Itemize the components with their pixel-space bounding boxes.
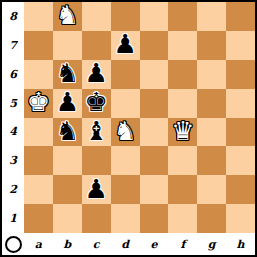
piece-black-pawn: ♟: [56, 89, 79, 115]
rank-label-2: 2: [2, 175, 24, 204]
rank-label-3: 3: [2, 146, 24, 175]
square-b6[interactable]: ♞: [53, 60, 82, 89]
square-d6[interactable]: [111, 60, 140, 89]
rank-label-4: 4: [2, 118, 24, 147]
square-g4[interactable]: [197, 118, 226, 147]
file-label-h: h: [226, 233, 255, 255]
rank-label-1: 1: [2, 204, 24, 233]
rank-label-7: 7: [2, 31, 24, 60]
square-g8[interactable]: [197, 2, 226, 31]
board-corner: [2, 233, 24, 255]
square-d8[interactable]: [111, 2, 140, 31]
square-c3[interactable]: [82, 146, 111, 175]
file-label-a: a: [24, 233, 53, 255]
square-e1[interactable]: [140, 204, 169, 233]
square-d3[interactable]: [111, 146, 140, 175]
square-g7[interactable]: [197, 31, 226, 60]
square-a6[interactable]: [24, 60, 53, 89]
square-f2[interactable]: [168, 175, 197, 204]
piece-white-knight: ♞: [56, 2, 79, 28]
square-f8[interactable]: [168, 2, 197, 31]
square-b2[interactable]: [53, 175, 82, 204]
square-d2[interactable]: [111, 175, 140, 204]
square-h8[interactable]: [226, 2, 255, 31]
file-label-b: b: [53, 233, 82, 255]
file-label-f: f: [168, 233, 197, 255]
square-h3[interactable]: [226, 146, 255, 175]
square-b5[interactable]: ♟: [53, 89, 82, 118]
piece-black-knight: ♞: [56, 118, 79, 144]
piece-white-knight: ♞: [113, 118, 136, 144]
file-label-c: c: [82, 233, 111, 255]
square-f4[interactable]: ♛: [168, 118, 197, 147]
square-c1[interactable]: [82, 204, 111, 233]
square-e2[interactable]: [140, 175, 169, 204]
square-d4[interactable]: ♞: [111, 118, 140, 147]
square-d1[interactable]: [111, 204, 140, 233]
square-h6[interactable]: [226, 60, 255, 89]
square-b7[interactable]: [53, 31, 82, 60]
chess-board: 8♞7♟6♞♟5♚♟♚4♞♝♞♛32♟1abcdefgh: [2, 2, 255, 255]
piece-black-pawn: ♟: [113, 31, 136, 57]
square-e8[interactable]: [140, 2, 169, 31]
rank-label-6: 6: [2, 60, 24, 89]
square-e7[interactable]: [140, 31, 169, 60]
square-a5[interactable]: ♚: [24, 89, 53, 118]
square-c4[interactable]: ♝: [82, 118, 111, 147]
square-a3[interactable]: [24, 146, 53, 175]
square-g5[interactable]: [197, 89, 226, 118]
square-a1[interactable]: [24, 204, 53, 233]
square-h7[interactable]: [226, 31, 255, 60]
square-b3[interactable]: [53, 146, 82, 175]
square-e5[interactable]: [140, 89, 169, 118]
square-a2[interactable]: [24, 175, 53, 204]
file-label-e: e: [140, 233, 169, 255]
square-f6[interactable]: [168, 60, 197, 89]
square-f1[interactable]: [168, 204, 197, 233]
piece-white-queen: ♛: [171, 118, 194, 144]
square-e6[interactable]: [140, 60, 169, 89]
square-e3[interactable]: [140, 146, 169, 175]
square-d7[interactable]: ♟: [111, 31, 140, 60]
square-c8[interactable]: [82, 2, 111, 31]
square-e4[interactable]: [140, 118, 169, 147]
piece-black-knight: ♞: [56, 60, 79, 86]
square-g1[interactable]: [197, 204, 226, 233]
square-b8[interactable]: ♞: [53, 2, 82, 31]
rank-label-8: 8: [2, 2, 24, 31]
square-h5[interactable]: [226, 89, 255, 118]
square-h4[interactable]: [226, 118, 255, 147]
square-h2[interactable]: [226, 175, 255, 204]
square-a8[interactable]: [24, 2, 53, 31]
square-f3[interactable]: [168, 146, 197, 175]
file-label-d: d: [111, 233, 140, 255]
piece-black-bishop: ♝: [85, 118, 108, 144]
square-c5[interactable]: ♚: [82, 89, 111, 118]
square-d5[interactable]: [111, 89, 140, 118]
square-g3[interactable]: [197, 146, 226, 175]
square-a7[interactable]: [24, 31, 53, 60]
square-c6[interactable]: ♟: [82, 60, 111, 89]
square-c7[interactable]: [82, 31, 111, 60]
square-h1[interactable]: [226, 204, 255, 233]
piece-black-king: ♚: [85, 89, 108, 115]
square-b1[interactable]: [53, 204, 82, 233]
square-g6[interactable]: [197, 60, 226, 89]
square-f7[interactable]: [168, 31, 197, 60]
file-label-g: g: [197, 233, 226, 255]
side-to-move-indicator: [5, 236, 22, 253]
square-c2[interactable]: ♟: [82, 175, 111, 204]
square-b4[interactable]: ♞: [53, 118, 82, 147]
square-f5[interactable]: [168, 89, 197, 118]
piece-black-pawn: ♟: [85, 176, 108, 202]
piece-white-king: ♚: [27, 89, 50, 115]
rank-label-5: 5: [2, 89, 24, 118]
square-a4[interactable]: [24, 118, 53, 147]
piece-black-pawn: ♟: [85, 60, 108, 86]
square-g2[interactable]: [197, 175, 226, 204]
chess-board-diagram: 8♞7♟6♞♟5♚♟♚4♞♝♞♛32♟1abcdefgh: [0, 0, 257, 257]
